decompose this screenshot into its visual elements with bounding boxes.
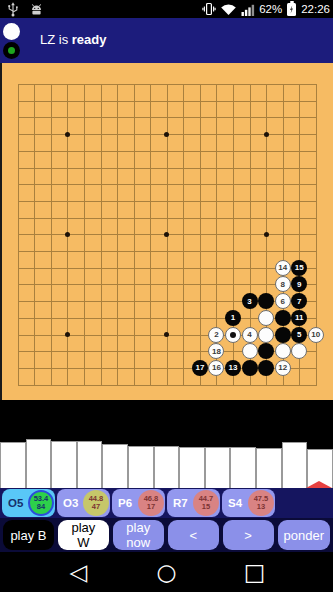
star-point-D10 bbox=[65, 232, 70, 237]
board-left-edge bbox=[0, 63, 2, 400]
last-move-dot bbox=[230, 332, 236, 338]
stone-N4: 2 bbox=[208, 327, 224, 343]
nav-back-icon[interactable]: ◁ bbox=[66, 552, 92, 592]
engine-status-text: LZ is ready bbox=[40, 32, 107, 47]
white-stone-indicator bbox=[3, 23, 20, 40]
visits-value: 47 bbox=[92, 503, 100, 512]
winrate-bar bbox=[205, 447, 231, 488]
vibrate-icon bbox=[202, 2, 216, 16]
candidate-move-label: O5 bbox=[8, 497, 23, 509]
stone-Q4 bbox=[258, 327, 274, 343]
candidate-chip-R7[interactable]: R744.715 bbox=[167, 489, 220, 517]
candidate-move-label: R7 bbox=[173, 497, 188, 509]
candidate-badge: 47.513 bbox=[248, 490, 274, 516]
android-debug-icon bbox=[29, 2, 44, 16]
next-move-button[interactable]: > bbox=[223, 520, 274, 550]
candidate-move-label: P6 bbox=[118, 497, 132, 509]
board-grid-line bbox=[200, 84, 201, 386]
winrate-bar bbox=[282, 442, 308, 488]
nav-home-icon[interactable]: ○ bbox=[154, 552, 180, 592]
winrate-bar bbox=[230, 447, 256, 488]
stone-S4: 5 bbox=[291, 327, 307, 343]
app-screen: 62% 22:26 LZ is ready 123456789101112131… bbox=[0, 0, 333, 592]
stone-S7: 9 bbox=[291, 276, 307, 292]
candidate-move-label: S4 bbox=[228, 497, 242, 509]
prev-move-button[interactable]: < bbox=[168, 520, 219, 550]
play-now-button[interactable]: play now bbox=[113, 520, 164, 550]
winrate-bar bbox=[102, 444, 128, 488]
visits-value: 84 bbox=[37, 503, 45, 512]
title-bar: LZ is ready bbox=[0, 18, 333, 63]
star-point-K4 bbox=[164, 332, 169, 337]
stone-R8: 14 bbox=[275, 260, 291, 276]
visits-value: 17 bbox=[147, 503, 155, 512]
board-grid-line bbox=[18, 284, 317, 285]
usb-icon bbox=[7, 2, 19, 17]
stone-R4 bbox=[275, 327, 291, 343]
stone-P6: 3 bbox=[242, 293, 258, 309]
stone-Q5 bbox=[258, 310, 274, 326]
current-move-marker bbox=[306, 481, 332, 488]
winrate-bar bbox=[26, 439, 52, 488]
stone-S5: 11 bbox=[291, 310, 307, 326]
star-point-Q16 bbox=[264, 132, 269, 137]
board-grid-line bbox=[18, 251, 317, 252]
winrate-bar bbox=[179, 447, 205, 488]
stone-N3: 18 bbox=[208, 343, 224, 359]
signal-icon bbox=[241, 3, 255, 16]
stone-R6: 6 bbox=[275, 293, 291, 309]
winrate-bar bbox=[51, 441, 77, 488]
candidate-chip-P6[interactable]: P646.817 bbox=[112, 489, 165, 517]
stone-Q6 bbox=[258, 293, 274, 309]
stone-Q2 bbox=[258, 360, 274, 376]
board-grid-line bbox=[18, 385, 317, 386]
candidate-badge: 44.715 bbox=[193, 490, 219, 516]
play-white-button[interactable]: play W bbox=[58, 520, 109, 550]
stone-R7: 8 bbox=[275, 276, 291, 292]
star-point-K16 bbox=[164, 132, 169, 137]
nav-recents-icon[interactable]: □ bbox=[242, 552, 268, 592]
battery-percent: 62% bbox=[259, 3, 282, 15]
winrate-graph[interactable] bbox=[0, 400, 333, 488]
android-nav-bar: ◁ ○ □ bbox=[0, 552, 333, 592]
stone-P4: 4 bbox=[242, 327, 258, 343]
candidate-moves-row: O553.484O344.847P646.817R744.715S447.513 bbox=[0, 488, 333, 518]
stone-R5 bbox=[275, 310, 291, 326]
stone-S3 bbox=[291, 343, 307, 359]
winrate-bar bbox=[77, 441, 103, 488]
winrate-bar bbox=[256, 448, 282, 488]
stone-N2: 16 bbox=[208, 360, 224, 376]
stone-P3 bbox=[242, 343, 258, 359]
ponder-button[interactable]: ponder bbox=[278, 520, 330, 550]
stone-R3 bbox=[275, 343, 291, 359]
stone-S8: 15 bbox=[291, 260, 307, 276]
star-point-D16 bbox=[65, 132, 70, 137]
winrate-bar bbox=[154, 446, 180, 488]
engine-active-dot bbox=[8, 47, 15, 54]
clock: 22:26 bbox=[301, 3, 330, 15]
stone-Q3 bbox=[258, 343, 274, 359]
star-point-D4 bbox=[65, 332, 70, 337]
stone-S6: 7 bbox=[291, 293, 307, 309]
board-grid-line bbox=[18, 268, 317, 269]
battery-icon bbox=[287, 3, 296, 16]
board-grid-line bbox=[183, 84, 184, 386]
action-buttons-row: play Bplay Wplay now<>ponder bbox=[0, 518, 333, 552]
stone-O4 bbox=[225, 327, 241, 343]
candidate-chip-O3[interactable]: O344.847 bbox=[57, 489, 110, 517]
play-black-button[interactable]: play B bbox=[3, 520, 54, 550]
candidate-chip-S4[interactable]: S447.513 bbox=[222, 489, 275, 517]
candidate-badge: 46.817 bbox=[138, 490, 164, 516]
stone-O2: 13 bbox=[225, 360, 241, 376]
winrate-bar bbox=[128, 446, 154, 488]
stone-O5: 1 bbox=[225, 310, 241, 326]
stone-M2: 17 bbox=[192, 360, 208, 376]
go-board[interactable]: 123456789101112131415161718 bbox=[0, 63, 333, 400]
star-point-K10 bbox=[164, 232, 169, 237]
candidate-badge: 53.484 bbox=[28, 490, 54, 516]
status-bar: 62% 22:26 bbox=[0, 0, 333, 18]
visits-value: 15 bbox=[202, 503, 210, 512]
visits-value: 13 bbox=[257, 503, 265, 512]
stone-T4: 10 bbox=[308, 327, 324, 343]
black-stone-indicator bbox=[3, 42, 20, 59]
wifi-icon bbox=[220, 3, 237, 16]
candidate-move-label: O3 bbox=[63, 497, 78, 509]
star-point-Q10 bbox=[264, 232, 269, 237]
candidate-chip-O5[interactable]: O553.484 bbox=[2, 489, 55, 517]
candidate-badge: 44.847 bbox=[83, 490, 109, 516]
winrate-bar bbox=[0, 442, 26, 488]
stone-P2 bbox=[242, 360, 258, 376]
stone-R2: 12 bbox=[275, 360, 291, 376]
